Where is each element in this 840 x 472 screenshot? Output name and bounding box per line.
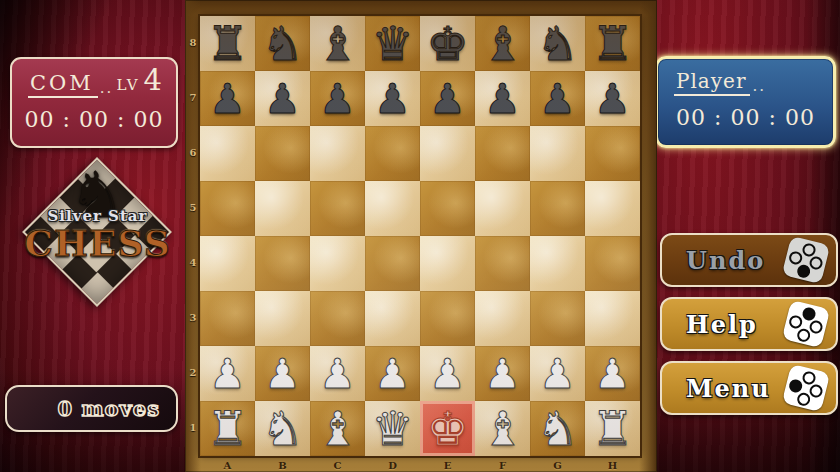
com-clock-panel: COM .. LV 4 00 : 00 : 00 [10, 57, 178, 148]
square-h7[interactable]: ♟︎ [585, 71, 640, 126]
piece-white-pawn: ♟︎ [365, 346, 420, 401]
help-button[interactable]: Help [660, 297, 838, 351]
file-label-f: F [475, 460, 530, 471]
piece-white-pawn: ♟︎ [310, 346, 365, 401]
square-h1[interactable]: ♜︎ [585, 401, 640, 456]
piece-black-bishop: ♝︎ [310, 16, 365, 71]
piece-white-pawn: ♟︎ [420, 346, 475, 401]
game-screen: COM .. LV 4 00 : 00 : 00 ♞ Silver Star C… [0, 0, 840, 472]
square-g2[interactable]: ♟︎ [530, 346, 585, 401]
square-f6[interactable] [475, 126, 530, 181]
piece-black-rook: ♜︎ [200, 16, 255, 71]
piece-white-rook: ♜︎ [585, 401, 640, 456]
square-a5[interactable] [200, 181, 255, 236]
square-c8[interactable]: ♝︎ [310, 16, 365, 71]
gamepad-face-buttons-icon [782, 364, 830, 412]
square-a6[interactable] [200, 126, 255, 181]
file-label-d: D [365, 460, 420, 471]
piece-black-bishop: ♝︎ [475, 16, 530, 71]
square-a8[interactable]: ♜︎ [200, 16, 255, 71]
square-a1[interactable]: ♜︎ [200, 401, 255, 456]
square-f1[interactable]: ♝︎ [475, 401, 530, 456]
square-d3[interactable] [365, 291, 420, 346]
silver-star-chess-logo: ♞ Silver Star CHESS [20, 160, 175, 310]
square-h5[interactable] [585, 181, 640, 236]
square-b1[interactable]: ♞︎ [255, 401, 310, 456]
piece-white-pawn: ♟︎ [585, 346, 640, 401]
square-c3[interactable] [310, 291, 365, 346]
piece-white-rook: ♜︎ [200, 401, 255, 456]
piece-black-king: ♚︎ [420, 16, 475, 71]
square-d7[interactable]: ♟︎ [365, 71, 420, 126]
square-d5[interactable] [365, 181, 420, 236]
file-label-a: A [200, 460, 255, 471]
square-b5[interactable] [255, 181, 310, 236]
square-c2[interactable]: ♟︎ [310, 346, 365, 401]
rank-label-4: 4 [187, 257, 199, 268]
square-c6[interactable] [310, 126, 365, 181]
square-f3[interactable] [475, 291, 530, 346]
file-label-b: B [255, 460, 310, 471]
piece-black-pawn: ♟︎ [255, 71, 310, 126]
move-counter: 0 moves [7, 387, 176, 430]
square-h3[interactable] [585, 291, 640, 346]
undo-button[interactable]: Undo [660, 233, 838, 287]
piece-black-rook: ♜︎ [585, 16, 640, 71]
square-d8[interactable]: ♛︎ [365, 16, 420, 71]
square-c5[interactable] [310, 181, 365, 236]
square-g1[interactable]: ♞︎ [530, 401, 585, 456]
gamepad-face-buttons-icon [782, 300, 830, 348]
square-h8[interactable]: ♜︎ [585, 16, 640, 71]
gamepad-face-buttons-icon [782, 236, 830, 284]
chess-board-frame: ♜︎♞︎♝︎♛︎♚︎♝︎♞︎♜︎♟︎♟︎♟︎♟︎♟︎♟︎♟︎♟︎♟︎♟︎♟︎♟︎… [185, 0, 657, 472]
piece-black-pawn: ♟︎ [420, 71, 475, 126]
rank-label-3: 3 [187, 312, 199, 323]
square-a7[interactable]: ♟︎ [200, 71, 255, 126]
piece-black-pawn: ♟︎ [310, 71, 365, 126]
rank-label-6: 6 [187, 147, 199, 158]
square-b6[interactable] [255, 126, 310, 181]
com-level-label: LV [117, 76, 140, 94]
square-e8[interactable]: ♚︎ [420, 16, 475, 71]
logo-main-text: CHESS [20, 222, 175, 264]
player-name-dots: .. [752, 77, 766, 95]
file-label-c: C [310, 460, 365, 471]
piece-white-knight: ♞︎ [255, 401, 310, 456]
square-h4[interactable] [585, 236, 640, 291]
square-a4[interactable] [200, 236, 255, 291]
square-e3[interactable] [420, 291, 475, 346]
square-e7[interactable]: ♟︎ [420, 71, 475, 126]
player-clock-panel: Player .. 00 : 00 : 00 [657, 56, 836, 148]
square-c4[interactable] [310, 236, 365, 291]
rank-label-1: 1 [187, 422, 199, 433]
square-d4[interactable] [365, 236, 420, 291]
square-b7[interactable]: ♟︎ [255, 71, 310, 126]
square-h2[interactable]: ♟︎ [585, 346, 640, 401]
rank-label-8: 8 [187, 37, 199, 48]
square-f5[interactable] [475, 181, 530, 236]
square-a2[interactable]: ♟︎ [200, 346, 255, 401]
square-b8[interactable]: ♞︎ [255, 16, 310, 71]
piece-black-pawn: ♟︎ [530, 71, 585, 126]
piece-black-pawn: ♟︎ [475, 71, 530, 126]
file-label-h: H [585, 460, 640, 471]
square-f2[interactable]: ♟︎ [475, 346, 530, 401]
menu-button[interactable]: Menu [660, 361, 838, 415]
square-g3[interactable] [530, 291, 585, 346]
square-e6[interactable] [420, 126, 475, 181]
piece-white-pawn: ♟︎ [475, 346, 530, 401]
square-b2[interactable]: ♟︎ [255, 346, 310, 401]
square-e1[interactable]: ♚︎ [420, 401, 475, 456]
square-g6[interactable] [530, 126, 585, 181]
square-b4[interactable] [255, 236, 310, 291]
piece-white-pawn: ♟︎ [530, 346, 585, 401]
file-label-e: E [420, 460, 475, 471]
piece-black-pawn: ♟︎ [365, 71, 420, 126]
undo-button-label: Undo [662, 246, 786, 275]
square-d1[interactable]: ♛︎ [365, 401, 420, 456]
square-f7[interactable]: ♟︎ [475, 71, 530, 126]
piece-black-queen: ♛︎ [365, 16, 420, 71]
square-f4[interactable] [475, 236, 530, 291]
com-clock: 00 : 00 : 00 [12, 107, 176, 132]
square-h6[interactable] [585, 126, 640, 181]
com-name: COM [28, 71, 98, 98]
player-clock: 00 : 00 : 00 [658, 105, 833, 130]
piece-white-bishop: ♝︎ [475, 401, 530, 456]
move-counter-panel: 0 moves [5, 385, 178, 432]
piece-black-knight: ♞︎ [255, 16, 310, 71]
square-g5[interactable] [530, 181, 585, 236]
square-d2[interactable]: ♟︎ [365, 346, 420, 401]
help-button-label: Help [662, 310, 786, 339]
square-a3[interactable] [200, 291, 255, 346]
player-name: Player [674, 69, 750, 96]
square-g8[interactable]: ♞︎ [530, 16, 585, 71]
rank-label-2: 2 [187, 367, 199, 378]
square-e5[interactable] [420, 181, 475, 236]
square-f8[interactable]: ♝︎ [475, 16, 530, 71]
piece-black-knight: ♞︎ [530, 16, 585, 71]
piece-white-knight: ♞︎ [530, 401, 585, 456]
piece-white-king: ♚︎ [420, 401, 475, 456]
piece-white-pawn: ♟︎ [200, 346, 255, 401]
com-name-dots: .. [100, 79, 114, 97]
piece-black-pawn: ♟︎ [200, 71, 255, 126]
menu-button-label: Menu [662, 374, 786, 403]
piece-black-pawn: ♟︎ [585, 71, 640, 126]
square-d6[interactable] [365, 126, 420, 181]
square-e2[interactable]: ♟︎ [420, 346, 475, 401]
square-g7[interactable]: ♟︎ [530, 71, 585, 126]
rank-label-7: 7 [187, 92, 199, 103]
square-e4[interactable] [420, 236, 475, 291]
left-sidebar: COM .. LV 4 00 : 00 : 00 ♞ Silver Star C… [0, 0, 185, 472]
piece-white-bishop: ♝︎ [310, 401, 365, 456]
piece-white-pawn: ♟︎ [255, 346, 310, 401]
file-label-g: G [530, 460, 585, 471]
com-level-value: 4 [144, 70, 162, 90]
square-g4[interactable] [530, 236, 585, 291]
piece-white-queen: ♛︎ [365, 401, 420, 456]
square-c1[interactable]: ♝︎ [310, 401, 365, 456]
rank-label-5: 5 [187, 202, 199, 213]
square-b3[interactable] [255, 291, 310, 346]
board-grid: ♜︎♞︎♝︎♛︎♚︎♝︎♞︎♜︎♟︎♟︎♟︎♟︎♟︎♟︎♟︎♟︎♟︎♟︎♟︎♟︎… [200, 16, 640, 456]
square-c7[interactable]: ♟︎ [310, 71, 365, 126]
